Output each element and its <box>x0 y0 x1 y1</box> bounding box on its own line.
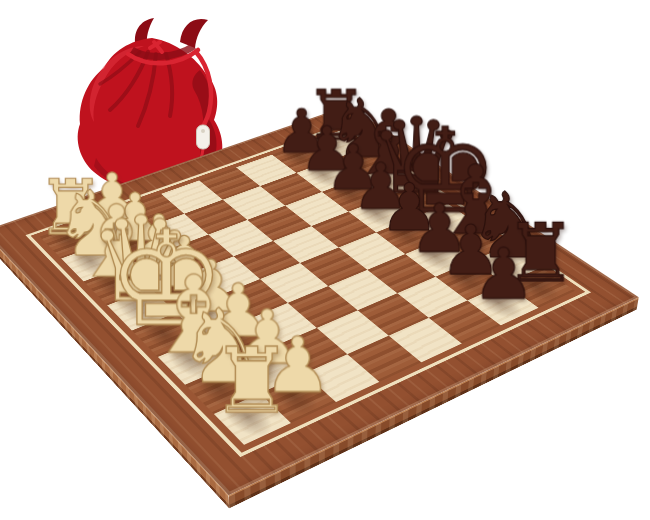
piece-white-rook: ♜ <box>161 334 343 425</box>
product-photo-scene: ♜♞♝♛♚♝♞♜♟♟♟♟♟♟♟♟♟♟♟♟♟♟♟♟♜♞♝♛♚♝♞♜ <box>0 0 650 520</box>
piece-black-pawn: ♟ <box>434 238 574 308</box>
bag-ear-right <box>180 19 208 48</box>
bag-toggle-hole <box>201 129 205 133</box>
bag-cord-toggle <box>197 125 210 149</box>
